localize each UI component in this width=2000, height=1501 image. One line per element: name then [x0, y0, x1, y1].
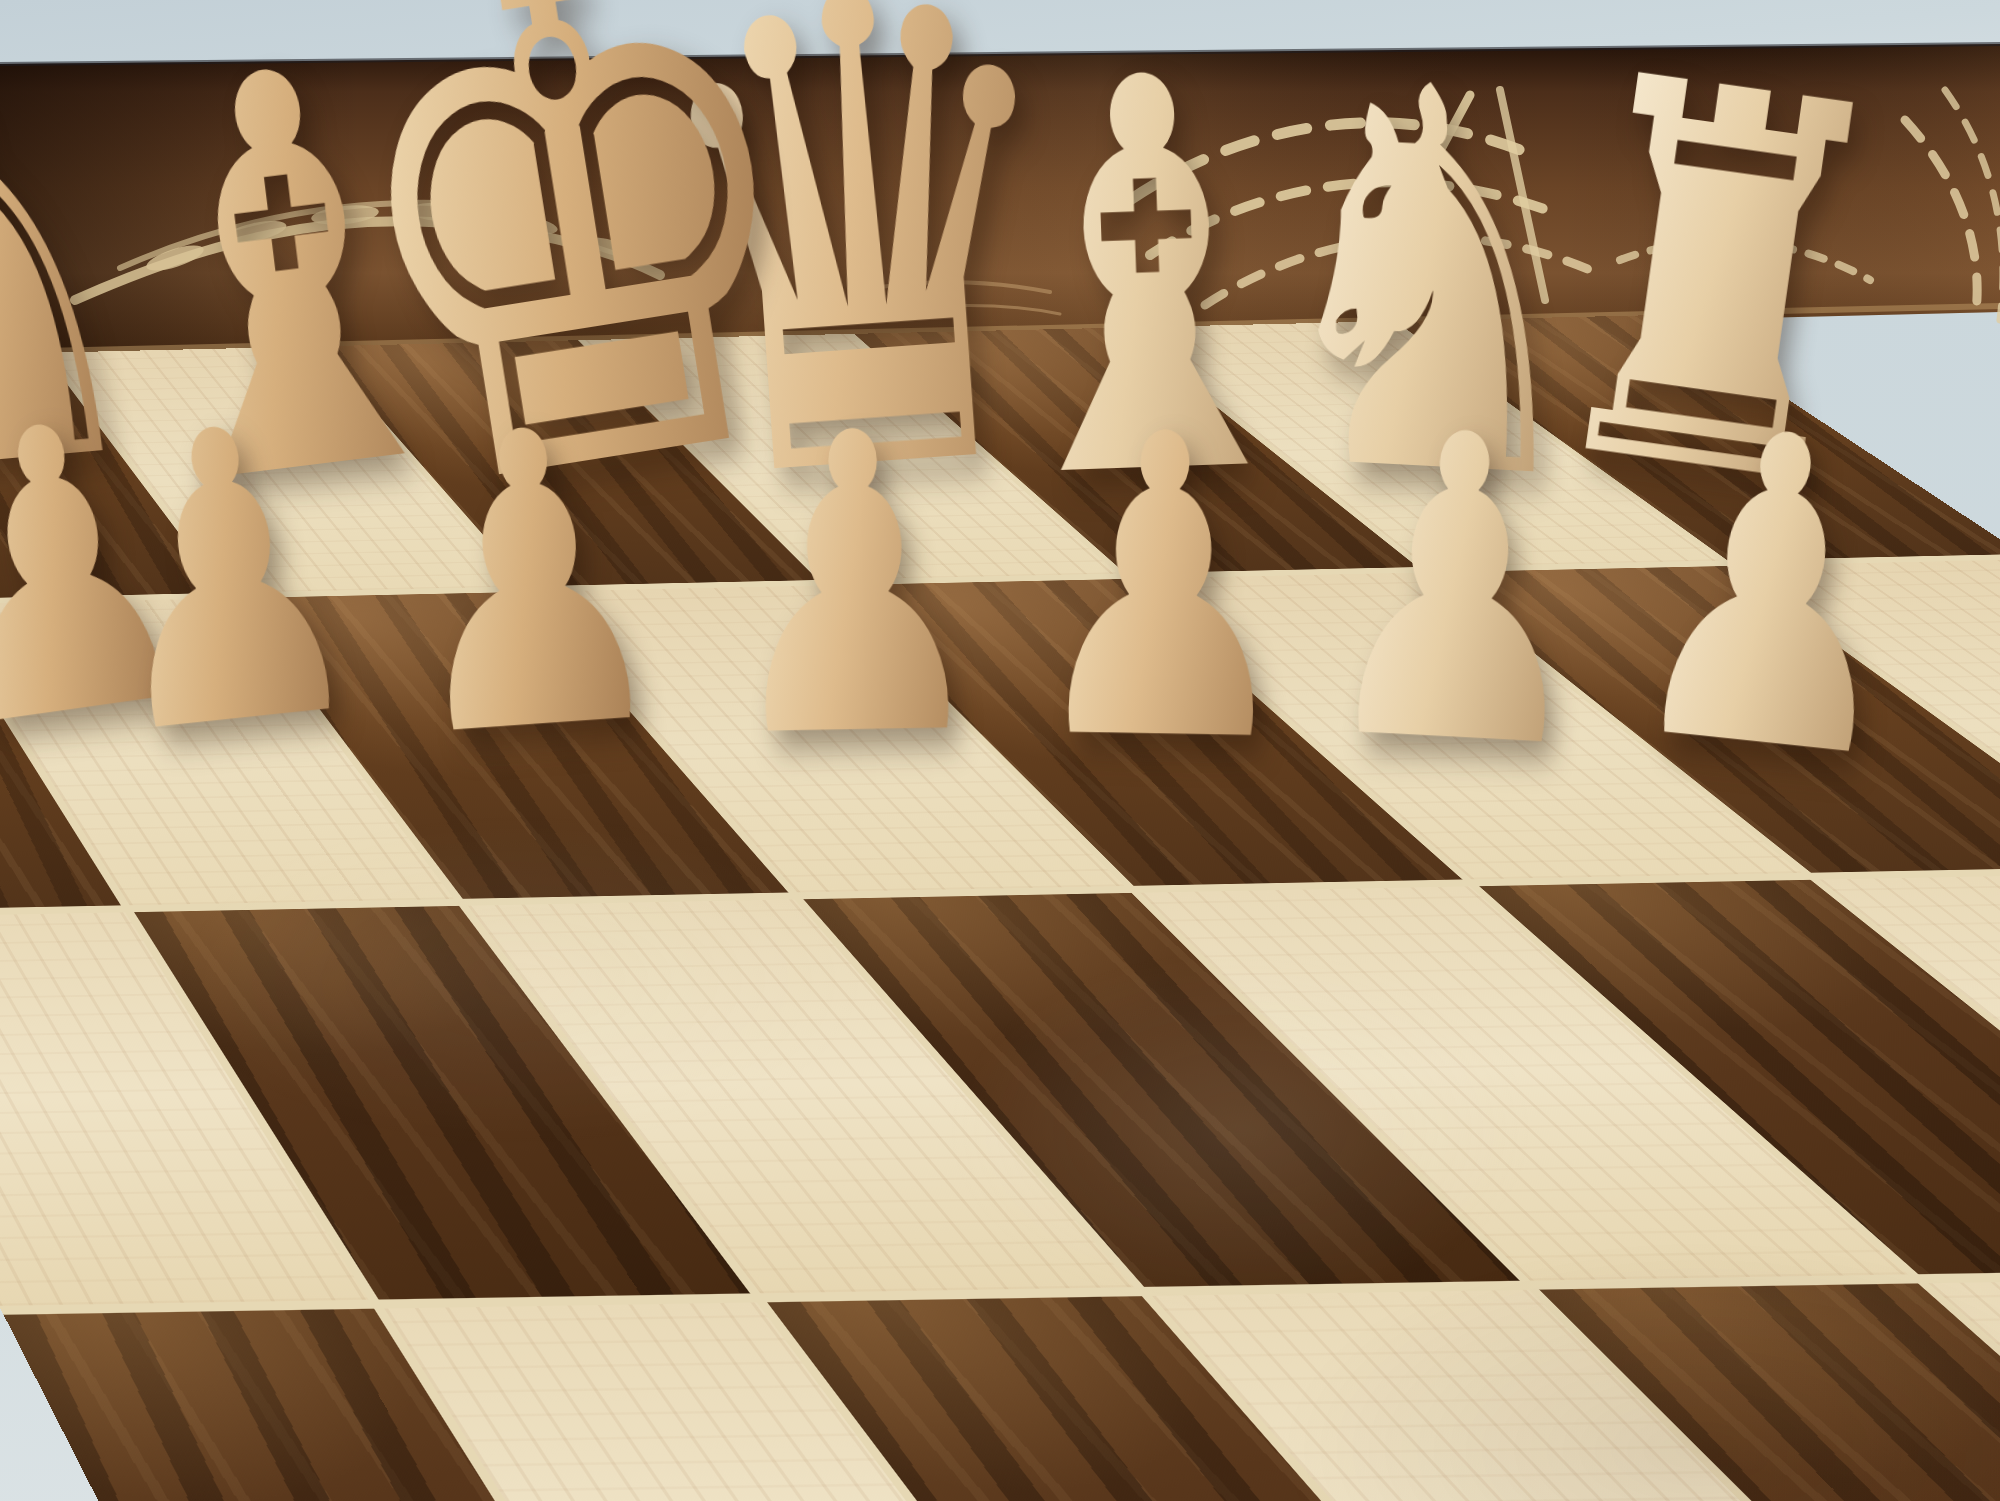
- pawn-glyph: ♟: [75, 367, 381, 793]
- pawn-glyph: ♟: [383, 372, 680, 796]
- pawn-glyph: ♟: [1021, 379, 1304, 800]
- pieces-layer: ♞♝♚♛♝♞♜♟♟♟♟♟♟♟: [0, 0, 2000, 1501]
- chess-photo-scene: ♞♝♚♛♝♞♜♟♟♟♟♟♟♟: [0, 0, 2000, 1501]
- pawn-glyph: ♟: [1308, 374, 1608, 808]
- pawn-glyph: ♟: [1609, 368, 1935, 821]
- pawn-glyph: ♟: [715, 378, 995, 795]
